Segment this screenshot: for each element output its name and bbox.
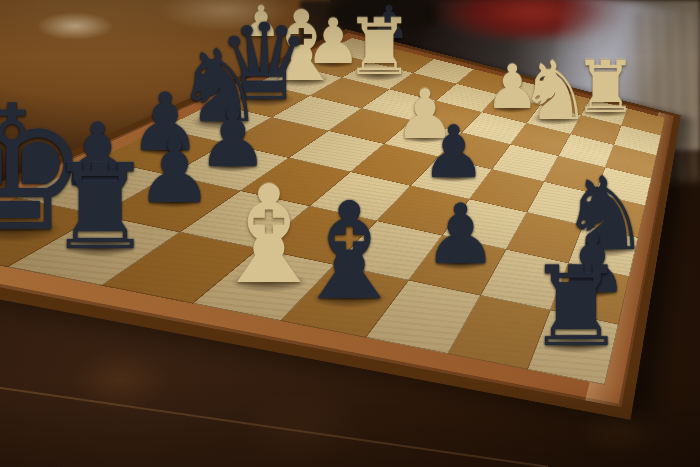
chess-piece-black-bishop-e1[interactable]: ♝ (282, 185, 416, 319)
pieces-layer: ♚♜♜♝♝♟♟♟♟♟♟♞♞♟♛♟♝♟♜♟♞♜♟♟ (0, 0, 700, 467)
chess-piece-white-knight-f7[interactable]: ♞ (514, 50, 595, 131)
chess-piece-black-rook-h1[interactable]: ♜ (521, 252, 632, 363)
chess-piece-black-pawn-e4[interactable]: ♟ (417, 116, 489, 188)
chess-photo-scene: ♚♜♜♝♝♟♟♟♟♟♟♞♞♟♛♟♝♟♜♟♞♜♟♟ (0, 0, 700, 467)
chess-piece-black-pawn-f2[interactable]: ♟ (419, 194, 502, 277)
chess-piece-black-rook-b1[interactable]: ♜ (41, 148, 159, 266)
